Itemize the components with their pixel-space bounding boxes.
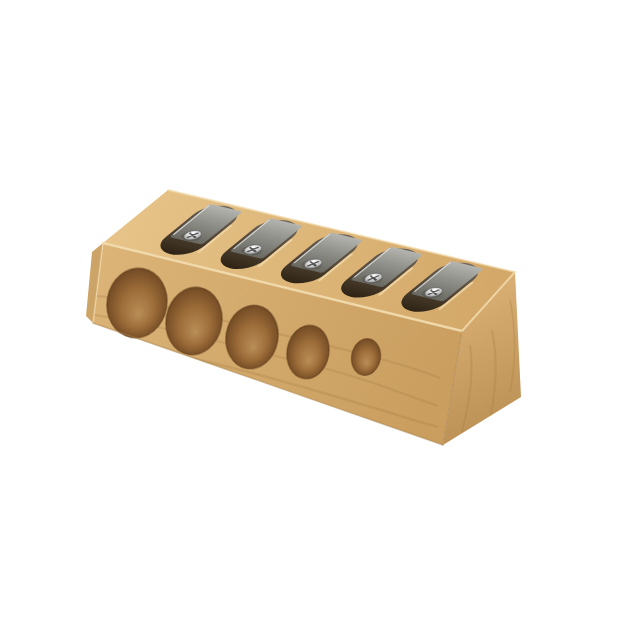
photo-canvas: [0, 0, 628, 628]
sharpener-photo: [0, 0, 628, 628]
